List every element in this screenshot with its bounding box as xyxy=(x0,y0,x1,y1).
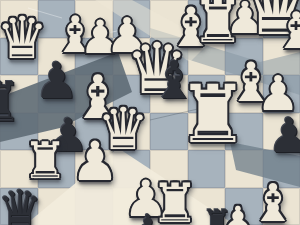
chess-piece-queen: ♛ xyxy=(0,184,42,225)
chess-piece-bishop: ♝ xyxy=(250,177,297,225)
chess-piece-rook: ♜ xyxy=(0,75,23,130)
chess-piece-rook: ♜ xyxy=(23,136,68,186)
chess-piece-bishop: ♝ xyxy=(274,6,300,56)
chess-piece-pawn: ♟ xyxy=(267,111,300,159)
chess-piece-pawn: ♟ xyxy=(136,211,159,225)
chess-piece-queen: ♛ xyxy=(97,100,149,158)
pieces-layer: ♛♝♟♟♛♝♝♜♟♛♝♜♟♝♟♟♛♜♜♝♟♟♛♟♜♟♜♟♝ xyxy=(0,0,300,225)
chess-artwork: ♛♝♟♟♛♝♝♜♟♛♝♜♟♝♟♟♛♜♜♝♟♟♛♟♜♟♜♟♝ xyxy=(0,0,300,225)
